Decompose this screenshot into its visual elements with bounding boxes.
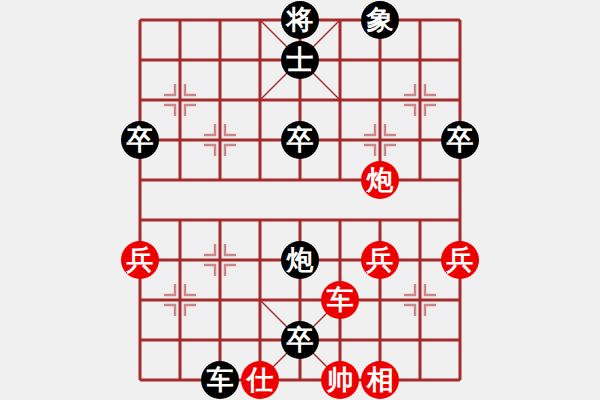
- piece-black-advisor[interactable]: 士: [281, 41, 319, 79]
- piece-black-chariot[interactable]: 车: [201, 361, 239, 399]
- piece-black-cannon[interactable]: 炮: [281, 241, 319, 279]
- piece-red-chariot[interactable]: 车: [321, 281, 359, 319]
- piece-black-soldier[interactable]: 卒: [281, 321, 319, 359]
- piece-red-soldier[interactable]: 兵: [361, 241, 399, 279]
- pieces-layer: 将象士卒卒卒炮兵炮兵兵车卒车仕帅相: [140, 20, 460, 380]
- piece-red-advisor[interactable]: 仕: [241, 361, 279, 399]
- piece-red-general[interactable]: 帅: [321, 361, 359, 399]
- piece-black-soldier[interactable]: 卒: [441, 121, 479, 159]
- piece-black-soldier[interactable]: 卒: [281, 121, 319, 159]
- piece-black-elephant[interactable]: 象: [361, 1, 399, 39]
- piece-red-elephant[interactable]: 相: [361, 361, 399, 399]
- piece-red-cannon[interactable]: 炮: [361, 161, 399, 199]
- xiangqi-board[interactable]: 将象士卒卒卒炮兵炮兵兵车卒车仕帅相: [140, 20, 460, 380]
- piece-red-soldier[interactable]: 兵: [121, 241, 159, 279]
- piece-red-soldier[interactable]: 兵: [441, 241, 479, 279]
- xiangqi-screenshot: 将象士卒卒卒炮兵炮兵兵车卒车仕帅相: [0, 0, 600, 400]
- piece-black-soldier[interactable]: 卒: [121, 121, 159, 159]
- piece-black-general[interactable]: 将: [281, 1, 319, 39]
